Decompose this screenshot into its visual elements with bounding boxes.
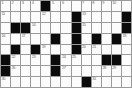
cell-r8c7[interactable] — [61, 77, 70, 87]
clue-number: 27 — [62, 66, 65, 70]
cell-r6c2[interactable]: 22 — [11, 55, 20, 65]
cell-r7c13[interactable] — [122, 66, 131, 76]
clue-number: 6 — [62, 1, 64, 5]
black-cell-r6c1 — [1, 55, 10, 65]
black-cell-r7c6 — [51, 66, 60, 76]
cell-r2c5[interactable]: 12 — [41, 12, 50, 22]
cell-r8c5[interactable] — [41, 77, 50, 87]
cell-r1c12[interactable]: 10 — [112, 1, 121, 11]
clue-number: 11 — [2, 12, 5, 16]
cell-r4c9[interactable] — [82, 34, 91, 44]
cell-r7c12[interactable]: 29 — [112, 66, 121, 76]
black-cell-r4c12 — [112, 34, 121, 44]
cell-r6c9[interactable] — [82, 55, 91, 65]
black-cell-r6c6 — [51, 55, 60, 65]
cell-r4c2[interactable] — [11, 34, 20, 44]
cell-r2c7[interactable] — [61, 12, 70, 22]
cell-r3c10[interactable] — [92, 23, 101, 33]
cell-r2c3[interactable] — [21, 12, 30, 22]
cell-r6c7[interactable]: 24 — [61, 55, 70, 65]
cell-r8c12[interactable] — [112, 77, 121, 87]
cell-r2c4[interactable] — [31, 12, 40, 22]
cell-r5c13[interactable] — [122, 45, 131, 55]
black-cell-r3c13 — [122, 23, 131, 33]
cell-r4c5[interactable] — [41, 34, 50, 44]
cell-r2c10[interactable] — [92, 12, 101, 22]
cell-r6c13[interactable] — [122, 55, 131, 65]
cell-r3c12[interactable] — [112, 23, 121, 33]
clue-number: 28 — [102, 66, 105, 70]
cell-r5c10[interactable]: 21 — [92, 45, 101, 55]
cell-r8c10[interactable]: 31 — [92, 77, 101, 87]
clue-number: 21 — [92, 45, 95, 49]
cell-r4c1[interactable]: 16 — [1, 34, 10, 44]
cell-r1c8[interactable] — [72, 1, 81, 11]
cell-r5c3[interactable] — [21, 45, 30, 55]
black-cell-r2c8 — [72, 12, 81, 22]
cell-r5c5[interactable]: 19 — [41, 45, 50, 55]
clue-number: 1 — [2, 1, 4, 5]
clue-number: 8 — [92, 1, 94, 5]
black-cell-r5c2 — [11, 45, 20, 55]
cell-r2c9[interactable]: 13 — [82, 12, 91, 22]
cell-r2c12[interactable] — [112, 12, 121, 22]
clue-number: 10 — [112, 1, 115, 5]
clue-number: 23 — [32, 55, 35, 59]
clue-number: 30 — [2, 77, 5, 81]
cell-r4c13[interactable]: 18 — [122, 34, 131, 44]
cell-r6c8[interactable]: 25 — [72, 55, 81, 65]
cell-r7c9[interactable] — [82, 66, 91, 76]
cell-r7c10[interactable] — [92, 66, 101, 76]
cell-r3c1[interactable] — [1, 23, 10, 33]
cell-r8c11[interactable] — [102, 77, 111, 87]
cell-r1c4[interactable]: 4 — [31, 1, 40, 11]
clue-number: 18 — [122, 34, 125, 38]
clue-number: 25 — [72, 55, 75, 59]
clue-number: 2 — [12, 1, 14, 5]
clue-number: 14 — [32, 23, 35, 27]
cell-r3c7[interactable] — [61, 23, 70, 33]
cell-r4c4[interactable] — [31, 34, 40, 44]
black-cell-r7c1 — [1, 66, 10, 76]
cell-r1c6[interactable]: 5 — [51, 1, 60, 11]
clue-number: 26 — [12, 66, 15, 70]
black-cell-r6c11 — [102, 55, 111, 65]
cell-r6c3[interactable] — [21, 55, 30, 65]
cell-r7c11[interactable]: 28 — [102, 66, 111, 76]
black-cell-r4c6 — [51, 34, 60, 44]
black-cell-r3c2 — [11, 23, 20, 33]
clue-number: 17 — [22, 34, 25, 38]
cell-r5c11[interactable] — [102, 45, 111, 55]
clue-number: 5 — [52, 1, 54, 5]
cell-r5c7[interactable] — [61, 45, 70, 55]
cell-r3c11[interactable] — [102, 23, 111, 33]
black-cell-r6c12 — [112, 55, 121, 65]
cell-r7c7[interactable]: 27 — [61, 66, 70, 76]
cell-r1c7[interactable]: 6 — [61, 1, 70, 11]
clue-number: 3 — [22, 1, 24, 5]
cell-r7c8[interactable] — [72, 66, 81, 76]
clue-number: 4 — [32, 1, 34, 5]
black-cell-r5c4 — [31, 45, 40, 55]
cell-r1c11[interactable]: 9 — [102, 1, 111, 11]
cell-r8c6[interactable] — [51, 77, 60, 87]
clue-number: 7 — [82, 1, 84, 5]
black-cell-r3c8 — [72, 23, 81, 33]
cell-r1c9[interactable]: 7 — [82, 1, 91, 11]
cell-r8c8[interactable] — [72, 77, 81, 87]
clue-number: 15 — [82, 23, 85, 27]
cell-r4c7[interactable] — [61, 34, 70, 44]
cell-r2c11[interactable] — [102, 12, 111, 22]
cell-r5c6[interactable] — [51, 45, 60, 55]
black-cell-r4c8 — [72, 34, 81, 44]
cell-r1c10[interactable]: 8 — [92, 1, 101, 11]
clue-number: 31 — [92, 77, 95, 81]
black-cell-r4c10 — [92, 34, 101, 44]
clue-number: 22 — [12, 55, 15, 59]
cell-r7c5[interactable] — [41, 66, 50, 76]
cell-r6c4[interactable]: 23 — [31, 55, 40, 65]
cell-r5c12[interactable] — [112, 45, 121, 55]
clue-number: 29 — [112, 66, 115, 70]
clue-number: 9 — [102, 1, 104, 5]
cell-r1c13[interactable] — [122, 1, 131, 11]
cell-r3c4[interactable]: 14 — [31, 23, 40, 33]
cell-r8c4[interactable] — [31, 77, 40, 87]
cell-r8c2[interactable] — [11, 77, 20, 87]
cell-r6c10[interactable] — [92, 55, 101, 65]
clue-number: 24 — [62, 55, 65, 59]
crossword-grid: 1234567891011121314151617181920212223242… — [0, 0, 132, 88]
black-cell-r3c3 — [21, 23, 30, 33]
cell-r2c6[interactable] — [51, 12, 60, 22]
cell-r1c1[interactable]: 1 — [1, 1, 10, 11]
cell-r7c4[interactable] — [31, 66, 40, 76]
cell-r2c1[interactable]: 11 — [1, 12, 10, 22]
clue-number: 19 — [42, 45, 45, 49]
cell-r6c5[interactable] — [41, 55, 50, 65]
cell-r3c5[interactable] — [41, 23, 50, 33]
cell-r5c1[interactable] — [1, 45, 10, 55]
black-cell-r8c9 — [82, 77, 91, 87]
cell-r8c1[interactable]: 30 — [1, 77, 10, 87]
black-cell-r2c13 — [122, 12, 131, 22]
cell-r8c13[interactable] — [122, 77, 131, 87]
black-cell-r1c5 — [41, 1, 50, 11]
cell-r8c3[interactable] — [21, 77, 30, 87]
cell-r3c6[interactable] — [51, 23, 60, 33]
cell-r5c9[interactable]: 20 — [82, 45, 91, 55]
cell-r4c11[interactable] — [102, 34, 111, 44]
cell-r4c3[interactable]: 17 — [21, 34, 30, 44]
cell-r1c3[interactable]: 3 — [21, 1, 30, 11]
black-cell-r5c8 — [72, 45, 81, 55]
cell-r2c2[interactable] — [11, 12, 20, 22]
clue-number: 16 — [2, 34, 5, 38]
cell-r7c3[interactable] — [21, 66, 30, 76]
cell-r1c2[interactable]: 2 — [11, 1, 20, 11]
clue-number: 12 — [42, 12, 45, 16]
clue-number: 20 — [82, 45, 85, 49]
clue-number: 13 — [82, 12, 85, 16]
cell-r3c9[interactable]: 15 — [82, 23, 91, 33]
cell-r7c2[interactable]: 26 — [11, 66, 20, 76]
crossword-screenshot: 1234567891011121314151617181920212223242… — [0, 0, 132, 88]
